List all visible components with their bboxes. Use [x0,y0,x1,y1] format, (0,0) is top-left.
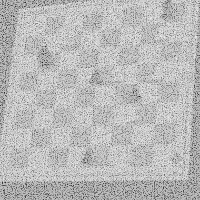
square-f6 [118,45,140,66]
square-f3 [112,104,135,125]
square-h4 [157,81,180,103]
chess-board: ♝♚♟♞♟♞♟♛♟♟♟ ❖ Oracala [0,0,200,182]
square-f5 [116,64,139,85]
square-c3 [52,107,74,128]
board-grid: ♝♚♟♞♟♞♟♛♟♟♟ [9,2,186,168]
square-g1 [130,145,154,167]
square-g2 [132,124,155,146]
square-c1 [47,147,69,168]
square-f7 [120,26,142,47]
square-b4 [35,89,56,109]
square-g4 [135,83,158,104]
square-f8 [122,7,144,28]
square-e6 [98,47,120,68]
square-f4 [114,84,137,105]
square-b7 [42,33,63,53]
square-d6 [78,48,100,69]
square-g5 [137,63,160,84]
square-f2 [110,124,133,145]
square-c6 [59,50,80,70]
square-d5 [76,67,98,88]
square-b6 [40,52,61,72]
square-h5 [158,61,181,83]
square-e2 [90,125,113,146]
square-h3 [155,102,179,124]
square-d4 [74,87,96,108]
square-g6 [139,43,162,64]
square-e1 [87,146,110,167]
square-c8 [63,13,84,33]
square-d2 [69,126,91,147]
square-b5 [37,70,58,90]
square-e8 [102,9,124,30]
square-f1 [108,145,131,167]
square-c5 [56,69,78,89]
chessboard-photo-scene: ♝♚♟♞♟♞♟♛♟♟♟ ❖ Oracala [0,0,200,200]
square-h8 [163,2,186,23]
square-d8 [82,11,103,31]
square-h2 [153,123,177,145]
square-c4 [54,88,76,108]
board-emblem-icon: ❖ [164,148,187,170]
square-e7 [100,28,122,49]
square-e5 [96,66,118,87]
square-d3 [72,106,94,127]
square-h7 [161,21,184,42]
square-d7 [80,30,102,50]
square-b3 [33,108,55,128]
square-g8 [142,5,164,26]
square-d1 [67,147,90,168]
square-c2 [50,127,72,148]
square-e3 [92,105,115,126]
square-g7 [140,24,163,45]
square-e4 [94,85,116,106]
square-b2 [30,128,52,148]
square-c7 [61,32,82,52]
square-h6 [160,41,183,63]
square-g3 [133,103,156,125]
square-b1 [28,148,50,168]
